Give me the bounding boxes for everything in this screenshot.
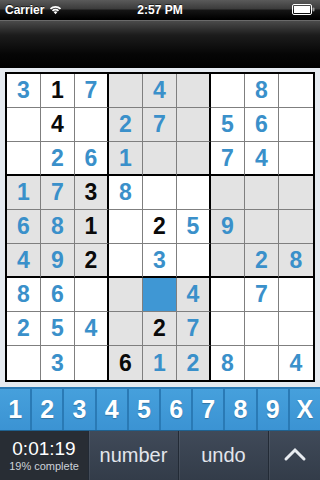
cell-r1c5[interactable]: 4 xyxy=(143,74,177,108)
cell-r2c2[interactable]: 4 xyxy=(41,108,75,142)
status-bar: Carrier 2:57 PM xyxy=(0,0,320,20)
cell-r3c6[interactable] xyxy=(177,142,211,176)
numpad-key-1[interactable]: 1 xyxy=(0,389,32,430)
cell-r2c8[interactable]: 6 xyxy=(245,108,279,142)
numpad-key-8[interactable]: 8 xyxy=(225,389,257,430)
cell-r5c3[interactable]: 1 xyxy=(75,210,109,244)
cell-r6c5[interactable]: 3 xyxy=(143,244,177,278)
timer-value: 0:01:19 xyxy=(12,439,75,460)
cell-r5c7[interactable]: 9 xyxy=(211,210,245,244)
progress-label: 19% complete xyxy=(9,460,79,472)
numpad-key-5[interactable]: 5 xyxy=(129,389,161,430)
cell-r9c1[interactable] xyxy=(7,346,41,380)
numpad-key-3[interactable]: 3 xyxy=(64,389,96,430)
cell-r3c2[interactable]: 2 xyxy=(41,142,75,176)
clock-label: 2:57 PM xyxy=(0,3,320,17)
cell-r4c4[interactable]: 8 xyxy=(109,176,143,210)
cell-r2c7[interactable]: 5 xyxy=(211,108,245,142)
numpad-key-7[interactable]: 7 xyxy=(193,389,225,430)
cell-r7c3[interactable] xyxy=(75,278,109,312)
number-mode-button[interactable]: number xyxy=(89,431,178,480)
numpad-key-x[interactable]: X xyxy=(290,389,320,430)
cell-r8c5[interactable]: 2 xyxy=(143,312,177,346)
cell-r8c8[interactable] xyxy=(245,312,279,346)
cell-r9c3[interactable] xyxy=(75,346,109,380)
bottom-toolbar: 0:01:19 19% complete number undo xyxy=(0,431,320,480)
cell-r4c1[interactable]: 1 xyxy=(7,176,41,210)
cell-r6c1[interactable]: 4 xyxy=(7,244,41,278)
cell-r9c2[interactable]: 3 xyxy=(41,346,75,380)
cell-r3c4[interactable]: 1 xyxy=(109,142,143,176)
cell-r6c7[interactable] xyxy=(211,244,245,278)
cell-r6c8[interactable]: 2 xyxy=(245,244,279,278)
cell-r3c3[interactable]: 6 xyxy=(75,142,109,176)
cell-r4c9[interactable] xyxy=(279,176,313,210)
cell-r8c7[interactable] xyxy=(211,312,245,346)
cell-r3c1[interactable] xyxy=(7,142,41,176)
cell-r1c2[interactable]: 1 xyxy=(41,74,75,108)
numpad-key-4[interactable]: 4 xyxy=(97,389,129,430)
cell-r6c4[interactable] xyxy=(109,244,143,278)
cell-r3c5[interactable] xyxy=(143,142,177,176)
cell-r4c3[interactable]: 3 xyxy=(75,176,109,210)
cell-r7c9[interactable] xyxy=(279,278,313,312)
cell-r4c5[interactable] xyxy=(143,176,177,210)
cell-r8c6[interactable]: 7 xyxy=(177,312,211,346)
cell-r5c1[interactable]: 6 xyxy=(7,210,41,244)
collapse-keypad-button[interactable] xyxy=(269,431,320,480)
cell-r6c6[interactable] xyxy=(177,244,211,278)
cell-r9c7[interactable]: 8 xyxy=(211,346,245,380)
cell-r7c7[interactable] xyxy=(211,278,245,312)
ad-banner xyxy=(0,20,320,68)
cell-r1c8[interactable]: 8 xyxy=(245,74,279,108)
cell-r1c1[interactable]: 3 xyxy=(7,74,41,108)
cell-r5c4[interactable] xyxy=(109,210,143,244)
cell-r3c9[interactable] xyxy=(279,142,313,176)
cell-r1c4[interactable] xyxy=(109,74,143,108)
cell-r6c2[interactable]: 9 xyxy=(41,244,75,278)
cell-r1c6[interactable] xyxy=(177,74,211,108)
cell-r9c5[interactable]: 1 xyxy=(143,346,177,380)
cell-r7c5[interactable] xyxy=(143,278,177,312)
cell-r5c2[interactable]: 8 xyxy=(41,210,75,244)
cell-r8c9[interactable] xyxy=(279,312,313,346)
cell-r3c8[interactable]: 4 xyxy=(245,142,279,176)
cell-r2c1[interactable] xyxy=(7,108,41,142)
cell-r7c1[interactable]: 8 xyxy=(7,278,41,312)
cell-r4c8[interactable] xyxy=(245,176,279,210)
numpad-key-6[interactable]: 6 xyxy=(161,389,193,430)
sudoku-board[interactable]: 3174842756261741738681259492328864725427… xyxy=(5,72,315,382)
cell-r8c3[interactable]: 4 xyxy=(75,312,109,346)
cell-r5c6[interactable]: 5 xyxy=(177,210,211,244)
cell-r8c4[interactable] xyxy=(109,312,143,346)
cell-r7c2[interactable]: 6 xyxy=(41,278,75,312)
cell-r5c8[interactable] xyxy=(245,210,279,244)
cell-r9c9[interactable]: 4 xyxy=(279,346,313,380)
numpad-key-9[interactable]: 9 xyxy=(258,389,290,430)
cell-r8c2[interactable]: 5 xyxy=(41,312,75,346)
cell-r4c6[interactable] xyxy=(177,176,211,210)
cell-r6c3[interactable]: 2 xyxy=(75,244,109,278)
cell-r4c7[interactable] xyxy=(211,176,245,210)
cell-r5c5[interactable]: 2 xyxy=(143,210,177,244)
cell-r1c3[interactable]: 7 xyxy=(75,74,109,108)
cell-r2c5[interactable]: 7 xyxy=(143,108,177,142)
cell-r1c7[interactable] xyxy=(211,74,245,108)
undo-button[interactable]: undo xyxy=(179,431,268,480)
cell-r8c1[interactable]: 2 xyxy=(7,312,41,346)
number-pad: 123456789X xyxy=(0,387,320,431)
numpad-key-2[interactable]: 2 xyxy=(32,389,64,430)
cell-r7c4[interactable] xyxy=(109,278,143,312)
board-area: 3174842756261741738681259492328864725427… xyxy=(0,68,320,387)
cell-r1c9[interactable] xyxy=(279,74,313,108)
cell-r4c2[interactable]: 7 xyxy=(41,176,75,210)
cell-r7c6[interactable]: 4 xyxy=(177,278,211,312)
cell-r9c8[interactable] xyxy=(245,346,279,380)
cell-r2c6[interactable] xyxy=(177,108,211,142)
cell-r2c4[interactable]: 2 xyxy=(109,108,143,142)
cell-r3c7[interactable]: 7 xyxy=(211,142,245,176)
cell-r2c9[interactable] xyxy=(279,108,313,142)
cell-r9c4[interactable]: 6 xyxy=(109,346,143,380)
cell-r2c3[interactable] xyxy=(75,108,109,142)
chevron-up-icon xyxy=(282,446,308,466)
timer-box: 0:01:19 19% complete xyxy=(0,431,88,480)
cell-r5c9[interactable] xyxy=(279,210,313,244)
cell-r7c8[interactable]: 7 xyxy=(245,278,279,312)
battery-icon xyxy=(292,4,315,15)
cell-r6c9[interactable]: 8 xyxy=(279,244,313,278)
cell-r9c6[interactable]: 2 xyxy=(177,346,211,380)
